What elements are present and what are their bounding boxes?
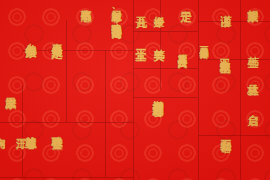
wedding-certificate: 望亲家韩生林孟台启谨占卜双方八字相配五行和谐定于公元二〇一五年十月二日农历乙未年…: [0, 0, 270, 180]
photo-vignette: [0, 0, 270, 180]
